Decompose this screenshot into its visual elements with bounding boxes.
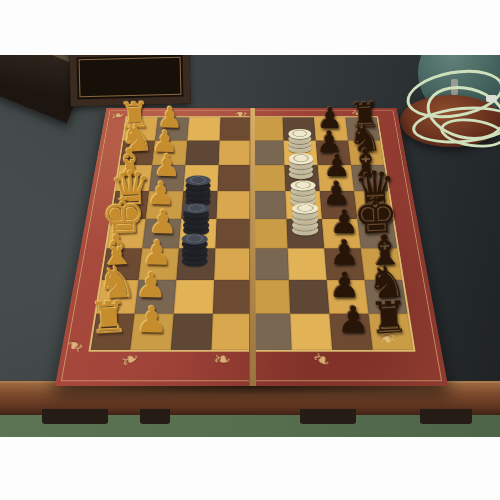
photo: ❧❧❧❧❧❧❧❧ ♜♞♝♛♚♝♞♜♟♟♟♟♟♟♟♟♟♟♟♟♟♟♟♟♜♞♝♛♚♝♞…: [0, 55, 500, 437]
white-checker-stack[interactable]: [292, 203, 318, 235]
table-leg: [42, 409, 108, 424]
square-c3r6[interactable]: [213, 280, 252, 314]
square-c5r7[interactable]: [290, 314, 332, 350]
table-leg: [300, 409, 356, 424]
square-c4r0[interactable]: [252, 117, 284, 140]
square-c4r4[interactable]: [252, 219, 288, 249]
white-checker-stack[interactable]: [288, 129, 311, 154]
dark-checker-stack[interactable]: [186, 175, 211, 206]
square-c3r1[interactable]: [218, 140, 251, 165]
square-c4r1[interactable]: [252, 140, 285, 165]
square-c4r6[interactable]: [252, 280, 291, 314]
dark-checker-stack[interactable]: [184, 203, 210, 235]
square-c4r3[interactable]: [252, 191, 287, 219]
square-c4r2[interactable]: [252, 165, 286, 191]
square-c3r7[interactable]: [211, 314, 251, 350]
square-c3r2[interactable]: [217, 165, 251, 191]
table-leg: [420, 409, 472, 424]
dark-checker-stack[interactable]: [181, 233, 208, 266]
letterbox-bottom: [0, 437, 500, 500]
letterbox-top: [0, 0, 500, 55]
light-rook[interactable]: ♜: [88, 295, 129, 341]
square-c4r7[interactable]: [252, 314, 292, 350]
border-ornament: ❧: [213, 350, 232, 370]
square-c2r1[interactable]: [185, 140, 219, 165]
square-c5r6[interactable]: [289, 280, 329, 314]
square-c4r5[interactable]: [252, 248, 290, 280]
square-c5r5[interactable]: [288, 248, 327, 280]
white-checker: [288, 129, 311, 139]
square-c2r0[interactable]: [187, 117, 220, 140]
dark-pawn[interactable]: ♟: [337, 303, 369, 339]
white-checker-stack[interactable]: [289, 154, 313, 179]
square-c3r3[interactable]: [216, 191, 251, 219]
square-c3r5[interactable]: [214, 248, 252, 280]
light-pawn[interactable]: ♟: [136, 302, 169, 339]
cable-plug: [486, 95, 497, 102]
photo-page: ❧❧❧❧❧❧❧❧ ♜♞♝♛♚♝♞♜♟♟♟♟♟♟♟♟♟♟♟♟♟♟♟♟♜♞♝♛♚♝♞…: [0, 0, 500, 500]
dark-checker: [181, 233, 208, 244]
square-c2r6[interactable]: [174, 280, 214, 314]
square-c3r0[interactable]: [219, 117, 251, 140]
table-leg: [140, 409, 170, 424]
square-c2r7[interactable]: [171, 314, 213, 350]
dark-rook[interactable]: ♜: [368, 295, 409, 341]
square-c3r4[interactable]: [215, 219, 251, 249]
white-checker: [292, 203, 318, 214]
dark-checker: [184, 203, 210, 214]
board-hinge: [249, 108, 256, 386]
border-ornament: ❧: [62, 334, 88, 358]
